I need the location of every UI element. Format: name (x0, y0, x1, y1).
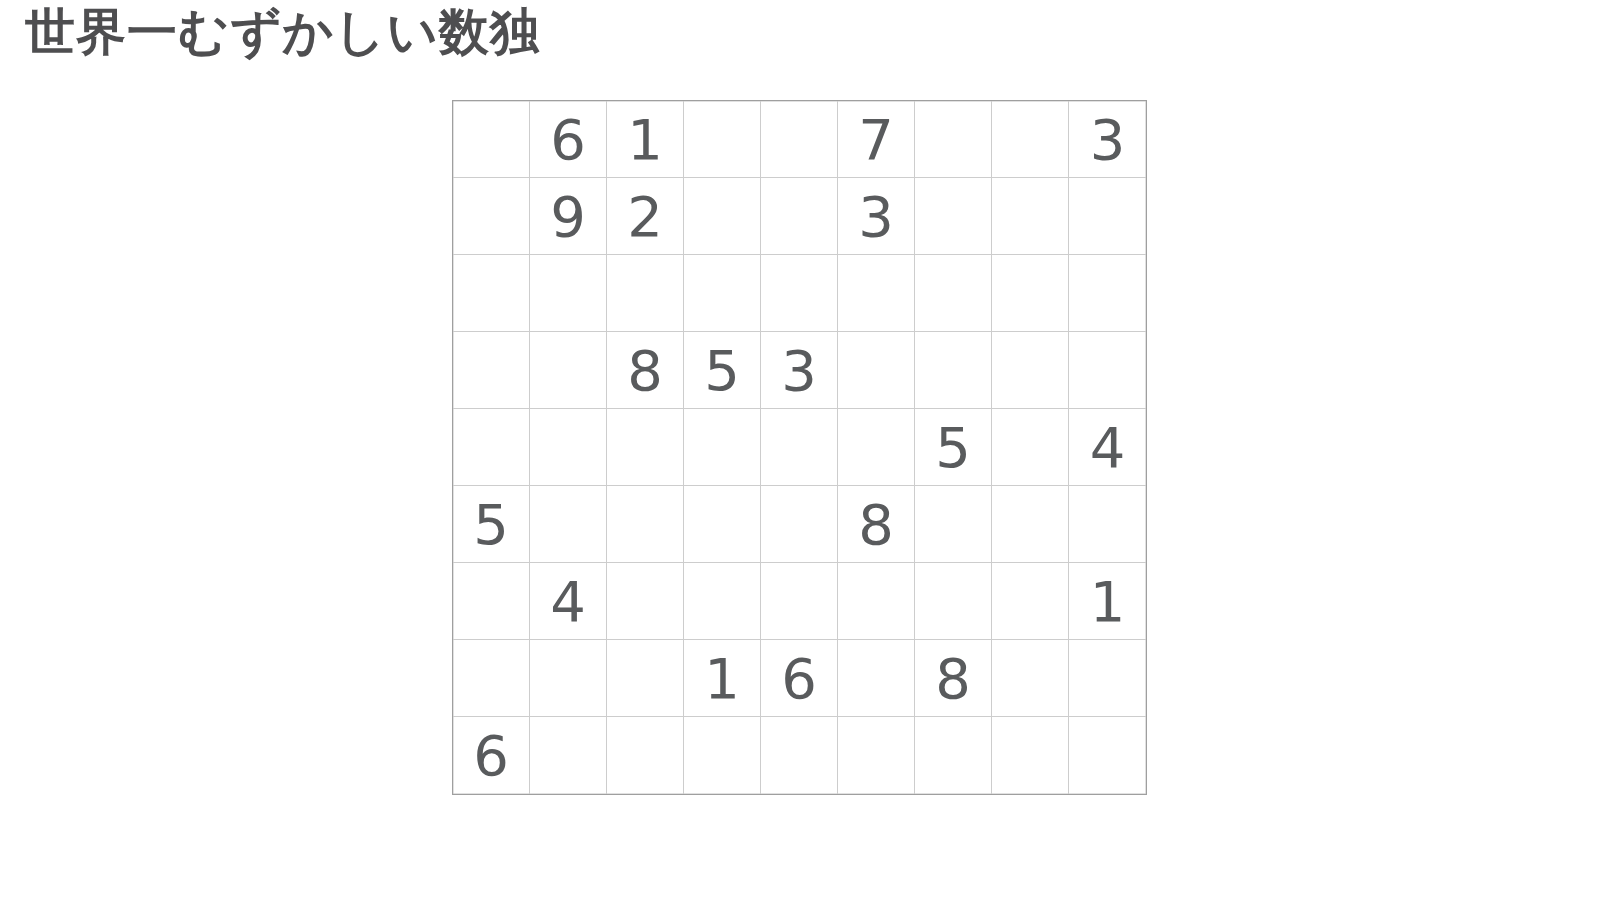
sudoku-cell[interactable] (453, 101, 530, 178)
sudoku-cell[interactable]: 3 (1069, 101, 1146, 178)
sudoku-cell[interactable] (761, 486, 838, 563)
sudoku-cell[interactable] (453, 640, 530, 717)
sudoku-cell[interactable]: 3 (838, 178, 915, 255)
sudoku-cell[interactable] (1069, 717, 1146, 794)
sudoku-cell[interactable] (915, 178, 992, 255)
sudoku-cell[interactable]: 8 (838, 486, 915, 563)
sudoku-cell[interactable] (1069, 640, 1146, 717)
sudoku-cell[interactable] (453, 563, 530, 640)
sudoku-cell[interactable] (607, 255, 684, 332)
sudoku-cell[interactable] (453, 255, 530, 332)
sudoku-cell[interactable] (915, 717, 992, 794)
sudoku-cell[interactable] (1069, 486, 1146, 563)
sudoku-cell[interactable] (915, 101, 992, 178)
sudoku-cell[interactable] (915, 332, 992, 409)
sudoku-cell[interactable] (684, 101, 761, 178)
sudoku-cell[interactable] (684, 563, 761, 640)
sudoku-cell[interactable] (992, 717, 1069, 794)
sudoku-cell[interactable] (453, 332, 530, 409)
sudoku-cell[interactable] (761, 178, 838, 255)
sudoku-cell[interactable] (761, 255, 838, 332)
sudoku-cell[interactable] (992, 486, 1069, 563)
sudoku-cell[interactable] (915, 486, 992, 563)
sudoku-cell[interactable] (838, 409, 915, 486)
sudoku-cell[interactable] (992, 409, 1069, 486)
sudoku-cell[interactable]: 1 (607, 101, 684, 178)
sudoku-cell[interactable] (530, 332, 607, 409)
sudoku-cell[interactable] (607, 640, 684, 717)
page-title: 世界一むずかしい数独 (25, 4, 541, 62)
sudoku-cell[interactable] (684, 178, 761, 255)
sudoku-cell[interactable]: 2 (607, 178, 684, 255)
sudoku-cell[interactable]: 7 (838, 101, 915, 178)
sudoku-cell[interactable]: 5 (684, 332, 761, 409)
sudoku-cell[interactable]: 9 (530, 178, 607, 255)
sudoku-board: 61739238535458411686 (452, 100, 1147, 795)
sudoku-cell[interactable] (1069, 255, 1146, 332)
sudoku-cell[interactable] (453, 409, 530, 486)
sudoku-cell[interactable] (530, 409, 607, 486)
sudoku-page: 世界一むずかしい数独 61739238535458411686 (0, 0, 1600, 900)
sudoku-cell[interactable]: 8 (607, 332, 684, 409)
sudoku-cell[interactable]: 3 (761, 332, 838, 409)
sudoku-cell[interactable] (761, 409, 838, 486)
sudoku-cell[interactable]: 6 (453, 717, 530, 794)
sudoku-cell[interactable]: 4 (1069, 409, 1146, 486)
sudoku-cell[interactable] (607, 486, 684, 563)
sudoku-cell[interactable] (684, 717, 761, 794)
sudoku-cell[interactable] (607, 717, 684, 794)
sudoku-cell[interactable] (761, 563, 838, 640)
sudoku-cell[interactable] (1069, 178, 1146, 255)
sudoku-cell[interactable] (684, 409, 761, 486)
sudoku-cell[interactable] (453, 178, 530, 255)
sudoku-cell[interactable] (915, 563, 992, 640)
sudoku-cell[interactable] (915, 255, 992, 332)
sudoku-cell[interactable] (838, 640, 915, 717)
sudoku-cell[interactable] (838, 717, 915, 794)
sudoku-cell[interactable] (1069, 332, 1146, 409)
sudoku-cell[interactable]: 1 (1069, 563, 1146, 640)
sudoku-cell[interactable]: 6 (530, 101, 607, 178)
sudoku-cell[interactable] (992, 178, 1069, 255)
sudoku-cell[interactable] (761, 101, 838, 178)
sudoku-cell[interactable] (838, 255, 915, 332)
sudoku-cell[interactable] (607, 563, 684, 640)
sudoku-cell[interactable]: 1 (684, 640, 761, 717)
sudoku-cell[interactable] (992, 640, 1069, 717)
sudoku-cell[interactable] (684, 255, 761, 332)
sudoku-cell[interactable] (992, 563, 1069, 640)
sudoku-cell[interactable] (838, 332, 915, 409)
sudoku-cell[interactable]: 5 (453, 486, 530, 563)
sudoku-cell[interactable]: 4 (530, 563, 607, 640)
sudoku-cell[interactable] (992, 101, 1069, 178)
sudoku-cell[interactable] (607, 409, 684, 486)
sudoku-cell[interactable] (530, 640, 607, 717)
sudoku-cell[interactable] (530, 255, 607, 332)
sudoku-cell[interactable] (530, 486, 607, 563)
sudoku-cell[interactable]: 5 (915, 409, 992, 486)
sudoku-cell[interactable]: 6 (761, 640, 838, 717)
sudoku-cell[interactable] (530, 717, 607, 794)
sudoku-cell[interactable] (838, 563, 915, 640)
sudoku-cell[interactable] (684, 486, 761, 563)
sudoku-cell[interactable] (992, 255, 1069, 332)
sudoku-cell[interactable]: 8 (915, 640, 992, 717)
sudoku-cell[interactable] (992, 332, 1069, 409)
sudoku-cell[interactable] (761, 717, 838, 794)
